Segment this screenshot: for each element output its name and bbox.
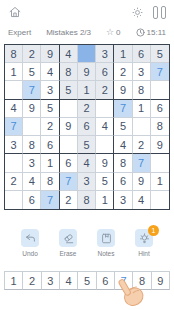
numpad-3[interactable]: 3 xyxy=(41,271,60,290)
cell-r4c3[interactable]: 5 xyxy=(41,100,59,118)
cell-r4c2[interactable]: 9 xyxy=(23,100,41,118)
cell-r6c8[interactable]: 2 xyxy=(133,136,151,154)
cell-r5c5[interactable]: 6 xyxy=(78,118,96,136)
cell-r5c8[interactable] xyxy=(133,118,151,136)
cell-r6c7[interactable]: 4 xyxy=(114,136,132,154)
undo-icon xyxy=(24,232,37,245)
sudoku-board: 8294316515489623773512984952716729645838… xyxy=(4,44,170,210)
cell-r5c3[interactable]: 2 xyxy=(41,118,59,136)
cell-r8c5[interactable]: 3 xyxy=(78,173,96,191)
cell-r6c2[interactable]: 8 xyxy=(23,136,41,154)
cell-r3c2[interactable]: 7 xyxy=(23,81,41,99)
cell-r4c6[interactable] xyxy=(96,100,114,118)
cell-r1c5[interactable] xyxy=(78,45,96,63)
cell-r4c5[interactable]: 2 xyxy=(78,100,96,118)
numpad-9[interactable]: 9 xyxy=(151,271,170,290)
hint-button[interactable]: 1 Hint xyxy=(135,229,153,257)
cell-r8c2[interactable]: 4 xyxy=(23,173,41,191)
cell-r1c4[interactable]: 4 xyxy=(60,45,78,63)
undo-button[interactable]: Undo xyxy=(21,229,39,257)
cell-r8c3[interactable]: 8 xyxy=(41,173,59,191)
hint-badge: 1 xyxy=(148,225,159,236)
cell-r9c3[interactable]: 7 xyxy=(41,191,59,209)
cell-r8c6[interactable]: 5 xyxy=(96,173,114,191)
cell-r8c1[interactable]: 2 xyxy=(5,173,23,191)
cell-r9c9[interactable] xyxy=(151,191,169,209)
cell-r2c6[interactable]: 6 xyxy=(96,63,114,81)
cell-r8c7[interactable]: 6 xyxy=(114,173,132,191)
cell-r5c4[interactable]: 9 xyxy=(60,118,78,136)
numpad-4[interactable]: 4 xyxy=(59,271,78,290)
cell-r7c5[interactable]: 4 xyxy=(78,154,96,172)
cell-r9c5[interactable]: 8 xyxy=(78,191,96,209)
cell-r8c9[interactable]: 1 xyxy=(151,173,169,191)
cell-r4c8[interactable]: 1 xyxy=(133,100,151,118)
cell-r3c1[interactable] xyxy=(5,81,23,99)
top-bar xyxy=(0,0,174,24)
cell-r8c4[interactable]: 7 xyxy=(60,173,78,191)
cell-r2c4[interactable]: 8 xyxy=(60,63,78,81)
cell-r6c1[interactable]: 3 xyxy=(5,136,23,154)
cell-r2c2[interactable]: 5 xyxy=(23,63,41,81)
timer: 15:11 xyxy=(136,28,166,37)
cell-r3c6[interactable]: 2 xyxy=(96,81,114,99)
home-icon[interactable] xyxy=(8,5,22,19)
number-pad: 123456789 xyxy=(4,271,170,290)
cell-r7c8[interactable]: 7 xyxy=(133,154,151,172)
gear-icon[interactable] xyxy=(131,6,144,19)
notes-button[interactable]: Notes xyxy=(97,229,115,257)
cell-r1c9[interactable]: 5 xyxy=(151,45,169,63)
cell-r4c1[interactable]: 4 xyxy=(5,100,23,118)
numpad-2[interactable]: 2 xyxy=(22,271,41,290)
erase-button[interactable]: Erase xyxy=(59,229,77,257)
numpad-6[interactable]: 6 xyxy=(96,271,115,290)
cell-r3c7[interactable]: 9 xyxy=(114,81,132,99)
cell-r2c9[interactable]: 7 xyxy=(151,63,169,81)
cell-r7c4[interactable]: 6 xyxy=(60,154,78,172)
cell-r4c9[interactable]: 6 xyxy=(151,100,169,118)
cell-r3c5[interactable]: 1 xyxy=(78,81,96,99)
cell-r2c3[interactable]: 4 xyxy=(41,63,59,81)
cell-r7c7[interactable]: 8 xyxy=(114,154,132,172)
mistakes-counter: Mistakes 2/3 xyxy=(46,28,91,37)
cell-r1c1[interactable]: 8 xyxy=(5,45,23,63)
status-bar: Expert Mistakes 2/3 ☆ 0 15:11 xyxy=(0,25,174,39)
cell-r7c9[interactable] xyxy=(151,154,169,172)
cell-r7c6[interactable]: 9 xyxy=(96,154,114,172)
difficulty-label[interactable]: Expert xyxy=(8,28,31,37)
cell-r4c4[interactable] xyxy=(60,100,78,118)
cell-r1c7[interactable]: 1 xyxy=(114,45,132,63)
cell-r3c3[interactable]: 3 xyxy=(41,81,59,99)
cell-r9c1[interactable] xyxy=(5,191,23,209)
cell-r2c8[interactable]: 3 xyxy=(133,63,151,81)
cell-r5c1[interactable]: 7 xyxy=(5,118,23,136)
cell-r2c7[interactable]: 2 xyxy=(114,63,132,81)
cell-r2c5[interactable]: 9 xyxy=(78,63,96,81)
clock-icon xyxy=(136,28,145,37)
cell-r5c7[interactable]: 5 xyxy=(114,118,132,136)
cell-r6c5[interactable]: 5 xyxy=(78,136,96,154)
stars-counter: ☆ 0 xyxy=(106,28,121,37)
cell-r6c4[interactable] xyxy=(60,136,78,154)
cell-r3c4[interactable]: 5 xyxy=(60,81,78,99)
numpad-1[interactable]: 1 xyxy=(4,271,23,290)
numpad-7[interactable]: 7 xyxy=(114,271,133,290)
cell-r1c8[interactable]: 6 xyxy=(133,45,151,63)
notes-icon xyxy=(100,232,113,245)
eraser-icon xyxy=(62,232,75,245)
cell-r9c2[interactable]: 6 xyxy=(23,191,41,209)
star-icon: ☆ xyxy=(106,28,114,37)
cell-r1c2[interactable]: 2 xyxy=(23,45,41,63)
numpad-5[interactable]: 5 xyxy=(77,271,96,290)
cell-r7c1[interactable] xyxy=(5,154,23,172)
toolbar: Undo Erase Note xyxy=(0,229,174,257)
cell-r7c2[interactable]: 3 xyxy=(23,154,41,172)
cell-r2c1[interactable]: 1 xyxy=(5,63,23,81)
cell-r3c8[interactable]: 8 xyxy=(133,81,151,99)
cell-r6c9[interactable]: 9 xyxy=(151,136,169,154)
cell-r1c6[interactable]: 3 xyxy=(96,45,114,63)
cell-r5c2[interactable] xyxy=(23,118,41,136)
cell-r9c6[interactable]: 1 xyxy=(96,191,114,209)
cell-r8c8[interactable]: 9 xyxy=(133,173,151,191)
cell-r3c9[interactable] xyxy=(151,81,169,99)
cell-r6c3[interactable]: 6 xyxy=(41,136,59,154)
cell-r1c3[interactable]: 9 xyxy=(41,45,59,63)
cell-r5c9[interactable]: 8 xyxy=(151,118,169,136)
cell-r9c4[interactable]: 2 xyxy=(60,191,78,209)
cell-r9c7[interactable]: 3 xyxy=(114,191,132,209)
cell-r5c6[interactable]: 4 xyxy=(96,118,114,136)
cell-r9c8[interactable]: 4 xyxy=(133,191,151,209)
pause-icon[interactable] xyxy=(153,6,166,19)
cell-r6c6[interactable] xyxy=(96,136,114,154)
cell-r7c3[interactable]: 1 xyxy=(41,154,59,172)
numpad-8[interactable]: 8 xyxy=(132,271,151,290)
cell-r4c7[interactable]: 7 xyxy=(114,100,132,118)
